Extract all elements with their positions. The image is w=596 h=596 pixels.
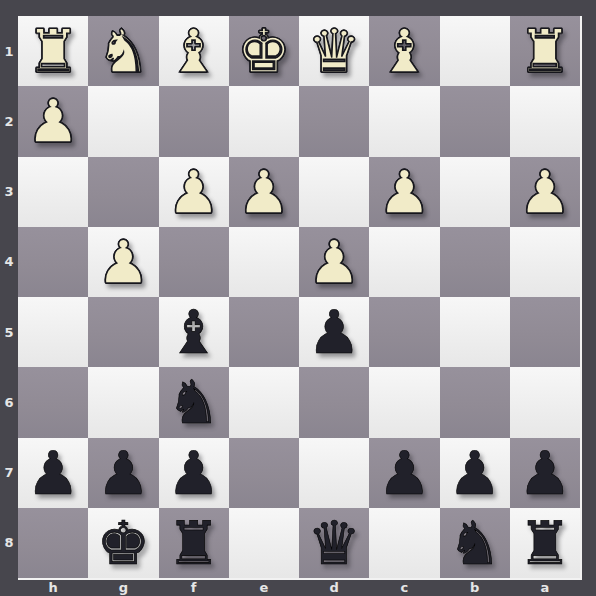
black-pawn[interactable]: ♟ [26, 443, 80, 503]
square-g8[interactable]: ♚ [88, 508, 158, 578]
square-f5[interactable]: ♝ [159, 297, 229, 367]
square-d6[interactable] [299, 367, 369, 437]
square-g6[interactable] [88, 367, 158, 437]
rank-label-1: 1 [0, 16, 18, 86]
white-pawn[interactable]: ♟ [167, 162, 221, 222]
square-h2[interactable]: ♟ [18, 86, 88, 156]
file-label-c: c [369, 578, 439, 596]
rank-labels: 12345678 [0, 16, 18, 578]
white-pawn[interactable]: ♟ [377, 162, 431, 222]
square-f4[interactable] [159, 227, 229, 297]
square-c3[interactable]: ♟ [369, 157, 439, 227]
chess-board: ♜♞♝♚♛♝♜♟♟♟♟♟♟♟♝♟♞♟♟♟♟♟♟♚♜♛♞♜ [18, 16, 582, 580]
white-pawn[interactable]: ♟ [237, 162, 291, 222]
white-pawn[interactable]: ♟ [307, 232, 361, 292]
board-frame: 12345678 ♜♞♝♚♛♝♜♟♟♟♟♟♟♟♝♟♞♟♟♟♟♟♟♚♜♛♞♜ hg… [0, 0, 596, 596]
square-a1[interactable]: ♜ [510, 16, 580, 86]
rank-label-6: 6 [0, 367, 18, 437]
square-f3[interactable]: ♟ [159, 157, 229, 227]
rank-label-2: 2 [0, 86, 18, 156]
rank-label-4: 4 [0, 227, 18, 297]
square-a8[interactable]: ♜ [510, 508, 580, 578]
square-e8[interactable] [229, 508, 299, 578]
black-pawn[interactable]: ♟ [448, 443, 502, 503]
square-d2[interactable] [299, 86, 369, 156]
file-label-f: f [159, 578, 229, 596]
black-knight[interactable]: ♞ [167, 372, 221, 432]
square-d1[interactable]: ♛ [299, 16, 369, 86]
file-label-e: e [229, 578, 299, 596]
white-bishop[interactable]: ♝ [377, 21, 431, 81]
black-pawn[interactable]: ♟ [167, 443, 221, 503]
square-h8[interactable] [18, 508, 88, 578]
square-h7[interactable]: ♟ [18, 438, 88, 508]
white-queen[interactable]: ♛ [307, 21, 361, 81]
rank-label-5: 5 [0, 297, 18, 367]
black-pawn[interactable]: ♟ [377, 443, 431, 503]
square-b6[interactable] [440, 367, 510, 437]
black-king[interactable]: ♚ [96, 513, 150, 573]
white-pawn[interactable]: ♟ [518, 162, 572, 222]
square-h5[interactable] [18, 297, 88, 367]
file-label-h: h [18, 578, 88, 596]
square-c5[interactable] [369, 297, 439, 367]
square-f6[interactable]: ♞ [159, 367, 229, 437]
square-e3[interactable]: ♟ [229, 157, 299, 227]
square-c7[interactable]: ♟ [369, 438, 439, 508]
square-c1[interactable]: ♝ [369, 16, 439, 86]
black-knight[interactable]: ♞ [448, 513, 502, 573]
black-pawn[interactable]: ♟ [307, 302, 361, 362]
square-d3[interactable] [299, 157, 369, 227]
square-f7[interactable]: ♟ [159, 438, 229, 508]
white-pawn[interactable]: ♟ [96, 232, 150, 292]
square-h6[interactable] [18, 367, 88, 437]
rank-label-7: 7 [0, 438, 18, 508]
square-b2[interactable] [440, 86, 510, 156]
square-b5[interactable] [440, 297, 510, 367]
square-c4[interactable] [369, 227, 439, 297]
file-label-a: a [510, 578, 580, 596]
square-h3[interactable] [18, 157, 88, 227]
square-a2[interactable] [510, 86, 580, 156]
white-knight[interactable]: ♞ [96, 21, 150, 81]
square-d5[interactable]: ♟ [299, 297, 369, 367]
rank-label-8: 8 [0, 508, 18, 578]
square-d4[interactable]: ♟ [299, 227, 369, 297]
black-bishop[interactable]: ♝ [167, 302, 221, 362]
square-b7[interactable]: ♟ [440, 438, 510, 508]
square-g5[interactable] [88, 297, 158, 367]
square-f2[interactable] [159, 86, 229, 156]
square-b3[interactable] [440, 157, 510, 227]
square-e7[interactable] [229, 438, 299, 508]
rank-label-3: 3 [0, 157, 18, 227]
square-c2[interactable] [369, 86, 439, 156]
square-b1[interactable] [440, 16, 510, 86]
file-label-g: g [88, 578, 158, 596]
square-e5[interactable] [229, 297, 299, 367]
black-rook[interactable]: ♜ [518, 513, 572, 573]
square-b8[interactable]: ♞ [440, 508, 510, 578]
black-queen[interactable]: ♛ [307, 513, 361, 573]
square-h1[interactable]: ♜ [18, 16, 88, 86]
white-rook[interactable]: ♜ [518, 21, 572, 81]
white-pawn[interactable]: ♟ [26, 91, 80, 151]
square-g4[interactable]: ♟ [88, 227, 158, 297]
square-g7[interactable]: ♟ [88, 438, 158, 508]
square-c6[interactable] [369, 367, 439, 437]
square-h4[interactable] [18, 227, 88, 297]
square-e6[interactable] [229, 367, 299, 437]
file-labels: hgfedcba [18, 578, 580, 596]
white-king[interactable]: ♚ [237, 21, 291, 81]
square-e4[interactable] [229, 227, 299, 297]
square-e2[interactable] [229, 86, 299, 156]
square-d8[interactable]: ♛ [299, 508, 369, 578]
square-a4[interactable] [510, 227, 580, 297]
square-e1[interactable]: ♚ [229, 16, 299, 86]
square-g3[interactable] [88, 157, 158, 227]
square-d7[interactable] [299, 438, 369, 508]
square-a7[interactable]: ♟ [510, 438, 580, 508]
black-rook[interactable]: ♜ [167, 513, 221, 573]
square-f8[interactable]: ♜ [159, 508, 229, 578]
square-a3[interactable]: ♟ [510, 157, 580, 227]
black-pawn[interactable]: ♟ [96, 443, 150, 503]
file-label-b: b [440, 578, 510, 596]
square-a5[interactable] [510, 297, 580, 367]
square-b4[interactable] [440, 227, 510, 297]
square-f1[interactable]: ♝ [159, 16, 229, 86]
white-bishop[interactable]: ♝ [167, 21, 221, 81]
file-label-d: d [299, 578, 369, 596]
black-pawn[interactable]: ♟ [518, 443, 572, 503]
square-a6[interactable] [510, 367, 580, 437]
square-c8[interactable] [369, 508, 439, 578]
square-g1[interactable]: ♞ [88, 16, 158, 86]
square-g2[interactable] [88, 86, 158, 156]
white-rook[interactable]: ♜ [26, 21, 80, 81]
